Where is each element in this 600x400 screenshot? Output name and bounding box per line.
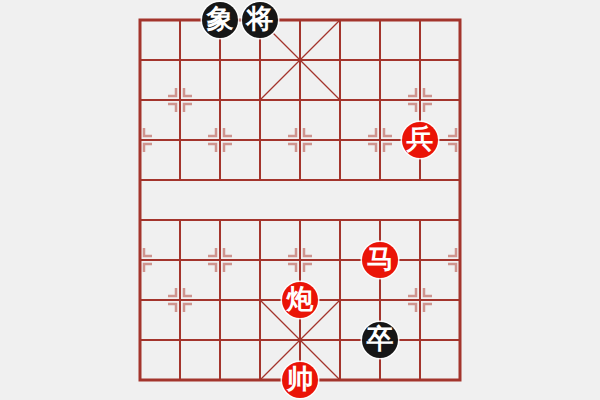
- board-point[interactable]: [160, 280, 200, 320]
- board-point[interactable]: [280, 200, 320, 240]
- board-point[interactable]: [200, 360, 240, 400]
- board-point[interactable]: [240, 200, 280, 240]
- board-point[interactable]: [200, 240, 240, 280]
- board-point[interactable]: [200, 80, 240, 120]
- board-point[interactable]: [160, 320, 200, 360]
- board-point[interactable]: [400, 40, 440, 80]
- board-point[interactable]: [240, 120, 280, 160]
- board-point[interactable]: [240, 240, 280, 280]
- board-point[interactable]: 卒: [360, 320, 400, 360]
- board-point[interactable]: [440, 240, 480, 280]
- board-point[interactable]: [200, 160, 240, 200]
- board-point[interactable]: [280, 320, 320, 360]
- board-point[interactable]: [400, 200, 440, 240]
- board-point[interactable]: [400, 280, 440, 320]
- board-point[interactable]: 兵: [400, 120, 440, 160]
- board-point[interactable]: [240, 40, 280, 80]
- board-point[interactable]: [440, 0, 480, 40]
- board-point[interactable]: [160, 200, 200, 240]
- board-point[interactable]: [320, 200, 360, 240]
- piece-black-elephant[interactable]: 象: [202, 2, 238, 38]
- board-point[interactable]: [120, 80, 160, 120]
- board-point[interactable]: [320, 160, 360, 200]
- board-point[interactable]: [120, 280, 160, 320]
- board-points-grid: 象将兵马炮卒帅: [120, 0, 480, 400]
- board-point[interactable]: [360, 80, 400, 120]
- board-point[interactable]: [320, 320, 360, 360]
- board-point[interactable]: [120, 320, 160, 360]
- board-point[interactable]: [120, 0, 160, 40]
- board-point[interactable]: [200, 40, 240, 80]
- board-point[interactable]: [440, 160, 480, 200]
- board-point[interactable]: [280, 120, 320, 160]
- board-point[interactable]: [240, 160, 280, 200]
- board-point[interactable]: [440, 40, 480, 80]
- board-point[interactable]: [360, 160, 400, 200]
- board-point[interactable]: [320, 120, 360, 160]
- board-point[interactable]: [320, 280, 360, 320]
- piece-red-general[interactable]: 帅: [282, 362, 318, 398]
- piece-glyph: 帅: [287, 361, 314, 397]
- board-point[interactable]: [200, 200, 240, 240]
- board-point[interactable]: [120, 200, 160, 240]
- piece-glyph: 马: [367, 241, 394, 277]
- board-point[interactable]: [240, 320, 280, 360]
- board-point[interactable]: 将: [240, 0, 280, 40]
- board-point[interactable]: [200, 280, 240, 320]
- board-point[interactable]: [160, 360, 200, 400]
- board-point[interactable]: [320, 240, 360, 280]
- board-point[interactable]: [160, 120, 200, 160]
- board-point[interactable]: [360, 280, 400, 320]
- board-point[interactable]: [120, 40, 160, 80]
- xiangqi-board: 象将兵马炮卒帅: [0, 0, 600, 400]
- board-point[interactable]: [320, 0, 360, 40]
- board-point[interactable]: [400, 80, 440, 120]
- board-point[interactable]: [200, 320, 240, 360]
- board-point[interactable]: [120, 240, 160, 280]
- board-point[interactable]: [160, 160, 200, 200]
- board-point[interactable]: [360, 0, 400, 40]
- board-point[interactable]: [240, 360, 280, 400]
- board-point[interactable]: 帅: [280, 360, 320, 400]
- board-point[interactable]: 炮: [280, 280, 320, 320]
- board-point[interactable]: [280, 80, 320, 120]
- board-point[interactable]: [400, 320, 440, 360]
- piece-red-soldier[interactable]: 兵: [402, 122, 438, 158]
- piece-black-general[interactable]: 将: [242, 2, 278, 38]
- board-point[interactable]: [320, 360, 360, 400]
- board-point[interactable]: [440, 280, 480, 320]
- board-point[interactable]: [440, 320, 480, 360]
- board-point[interactable]: [280, 0, 320, 40]
- board-point[interactable]: 马: [360, 240, 400, 280]
- board-point[interactable]: 象: [200, 0, 240, 40]
- piece-black-soldier[interactable]: 卒: [362, 322, 398, 358]
- board-point[interactable]: [280, 240, 320, 280]
- board-point[interactable]: [200, 120, 240, 160]
- board-point[interactable]: [120, 360, 160, 400]
- board-point[interactable]: [400, 0, 440, 40]
- piece-glyph: 将: [247, 1, 274, 37]
- board-point[interactable]: [280, 160, 320, 200]
- board-point[interactable]: [360, 200, 400, 240]
- board-point[interactable]: [160, 0, 200, 40]
- board-point[interactable]: [120, 120, 160, 160]
- board-point[interactable]: [360, 360, 400, 400]
- board-point[interactable]: [360, 40, 400, 80]
- piece-glyph: 炮: [287, 281, 314, 317]
- board-point[interactable]: [240, 280, 280, 320]
- board-point[interactable]: [400, 360, 440, 400]
- board-point[interactable]: [120, 160, 160, 200]
- piece-red-cannon[interactable]: 炮: [282, 282, 318, 318]
- piece-glyph: 象: [207, 1, 234, 37]
- piece-red-horse[interactable]: 马: [362, 242, 398, 278]
- board-point[interactable]: [320, 80, 360, 120]
- board-point[interactable]: [440, 120, 480, 160]
- board-point[interactable]: [440, 200, 480, 240]
- board-point[interactable]: [400, 160, 440, 200]
- board-point[interactable]: [160, 240, 200, 280]
- board-point[interactable]: [160, 40, 200, 80]
- board-point[interactable]: [280, 40, 320, 80]
- piece-glyph: 卒: [367, 321, 394, 357]
- board-point[interactable]: [320, 40, 360, 80]
- board-point[interactable]: [240, 80, 280, 120]
- board-point[interactable]: [440, 360, 480, 400]
- board-point[interactable]: [160, 80, 200, 120]
- board-point[interactable]: [400, 240, 440, 280]
- piece-glyph: 兵: [407, 121, 434, 157]
- board-point[interactable]: [440, 80, 480, 120]
- board-point[interactable]: [360, 120, 400, 160]
